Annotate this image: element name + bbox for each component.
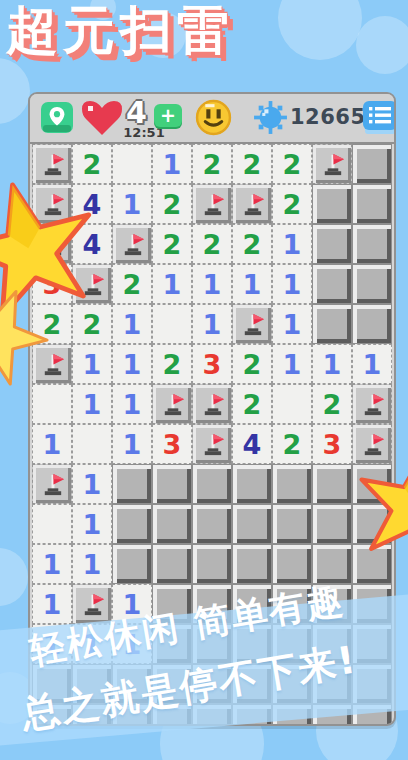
cell-r6c6[interactable]: 2 — [232, 344, 272, 384]
cell-r9c5[interactable] — [192, 464, 232, 504]
bg-dot — [278, 0, 362, 60]
cell-r9c6[interactable] — [232, 464, 272, 504]
cell-r1c8[interactable] — [312, 144, 352, 184]
cell-r5c3[interactable]: 1 — [112, 304, 152, 344]
bg-dot — [0, 58, 30, 124]
cell-r4c8[interactable] — [312, 264, 352, 304]
cell-r6c5[interactable]: 3 — [192, 344, 232, 384]
cell-r8c3[interactable]: 1 — [112, 424, 152, 464]
cell-r3c8[interactable] — [312, 224, 352, 264]
cell-r7c3[interactable]: 1 — [112, 384, 152, 424]
cell-r8c5[interactable] — [192, 424, 232, 464]
cell-r9c3[interactable] — [112, 464, 152, 504]
page-title: 超元扫雷 — [6, 0, 234, 66]
cell-r2c5[interactable] — [192, 184, 232, 224]
cell-r8c6[interactable]: 4 — [232, 424, 272, 464]
cell-r7c4[interactable] — [152, 384, 192, 424]
cell-r11c4[interactable] — [152, 544, 192, 584]
cell-r7c8[interactable]: 2 — [312, 384, 352, 424]
cell-r11c6[interactable] — [232, 544, 272, 584]
cell-r2c8[interactable] — [312, 184, 352, 224]
cell-r9c2[interactable]: 1 — [72, 464, 112, 504]
cell-r6c7[interactable]: 1 — [272, 344, 312, 384]
cell-r11c7[interactable] — [272, 544, 312, 584]
cell-r2c6[interactable] — [232, 184, 272, 224]
cell-r2c3[interactable]: 1 — [112, 184, 152, 224]
cell-r6c3[interactable]: 1 — [112, 344, 152, 384]
timer: 12:51 — [112, 125, 176, 140]
cell-r7c9[interactable] — [352, 384, 392, 424]
cell-r12c1[interactable]: 1 — [32, 584, 72, 624]
cell-r3c3[interactable] — [112, 224, 152, 264]
cell-r7c2[interactable]: 1 — [72, 384, 112, 424]
flag-icon — [199, 431, 226, 458]
flag-icon — [199, 391, 226, 418]
flag-icon — [119, 231, 146, 258]
bg-dot — [0, 548, 28, 606]
cell-r4c4[interactable]: 1 — [152, 264, 192, 304]
cell-r5c5[interactable]: 1 — [192, 304, 232, 344]
cell-r10c8[interactable] — [312, 504, 352, 544]
cell-r4c7[interactable]: 1 — [272, 264, 312, 304]
cell-r8c2[interactable] — [72, 424, 112, 464]
flag-icon — [79, 591, 106, 618]
app-screen: 超元扫雷 4 12:51 + — [0, 0, 408, 760]
cell-r4c9[interactable] — [352, 264, 392, 304]
cell-r2c4[interactable]: 2 — [152, 184, 192, 224]
cell-r10c1[interactable] — [32, 504, 72, 544]
cell-r9c1[interactable] — [32, 464, 72, 504]
cell-r2c9[interactable] — [352, 184, 392, 224]
cell-r1c3[interactable] — [112, 144, 152, 184]
cell-r7c1[interactable] — [32, 384, 72, 424]
cell-r8c8[interactable]: 3 — [312, 424, 352, 464]
flag-icon — [239, 191, 266, 218]
cell-r10c4[interactable] — [152, 504, 192, 544]
cell-r6c4[interactable]: 2 — [152, 344, 192, 384]
cell-r10c3[interactable] — [112, 504, 152, 544]
cell-r8c4[interactable]: 3 — [152, 424, 192, 464]
cell-r1c7[interactable]: 2 — [272, 144, 312, 184]
cell-r6c8[interactable]: 1 — [312, 344, 352, 384]
cell-r1c5[interactable]: 2 — [192, 144, 232, 184]
cell-r3c6[interactable]: 2 — [232, 224, 272, 264]
cell-r9c4[interactable] — [152, 464, 192, 504]
mine-icon — [252, 99, 289, 136]
cell-r5c4[interactable] — [152, 304, 192, 344]
cell-r10c2[interactable]: 1 — [72, 504, 112, 544]
cell-r1c9[interactable] — [352, 144, 392, 184]
location-pin-icon[interactable] — [40, 99, 74, 137]
cell-r7c6[interactable]: 2 — [232, 384, 272, 424]
cell-r4c3[interactable]: 2 — [112, 264, 152, 304]
cell-r6c2[interactable]: 1 — [72, 344, 112, 384]
bg-dot — [356, 16, 408, 74]
cell-r7c7[interactable] — [272, 384, 312, 424]
cell-r9c7[interactable] — [272, 464, 312, 504]
cell-r10c7[interactable] — [272, 504, 312, 544]
flag-icon — [239, 311, 266, 338]
flag-icon — [39, 471, 66, 498]
cell-r6c9[interactable]: 1 — [352, 344, 392, 384]
cell-r9c8[interactable] — [312, 464, 352, 504]
cell-r11c3[interactable] — [112, 544, 152, 584]
cell-r5c8[interactable] — [312, 304, 352, 344]
cell-r3c4[interactable]: 2 — [152, 224, 192, 264]
cell-r5c9[interactable] — [352, 304, 392, 344]
list-menu-icon[interactable] — [362, 100, 396, 135]
flag-icon — [359, 391, 386, 418]
flag-icon — [159, 391, 186, 418]
cell-r3c5[interactable]: 2 — [192, 224, 232, 264]
cell-r7c5[interactable] — [192, 384, 232, 424]
cell-r11c2[interactable]: 1 — [72, 544, 112, 584]
cell-r3c9[interactable] — [352, 224, 392, 264]
flag-icon — [319, 151, 346, 178]
cell-r8c1[interactable]: 1 — [32, 424, 72, 464]
cell-r2c7[interactable]: 2 — [272, 184, 312, 224]
game-topbar: 4 12:51 + — [30, 94, 394, 144]
add-life-button[interactable]: + — [154, 104, 182, 127]
cell-r8c7[interactable]: 2 — [272, 424, 312, 464]
cell-r4c6[interactable]: 1 — [232, 264, 272, 304]
cell-r4c5[interactable]: 1 — [192, 264, 232, 304]
cell-r10c6[interactable] — [232, 504, 272, 544]
flag-icon — [199, 191, 226, 218]
cell-r10c5[interactable] — [192, 504, 232, 544]
cell-r5c6[interactable] — [232, 304, 272, 344]
cell-r1c6[interactable]: 2 — [232, 144, 272, 184]
cell-r11c5[interactable] — [192, 544, 232, 584]
smiley-face-icon[interactable] — [194, 98, 233, 137]
cell-r1c4[interactable]: 1 — [152, 144, 192, 184]
cell-r5c7[interactable]: 1 — [272, 304, 312, 344]
cell-r11c1[interactable]: 1 — [32, 544, 72, 584]
cell-r3c7[interactable]: 1 — [272, 224, 312, 264]
